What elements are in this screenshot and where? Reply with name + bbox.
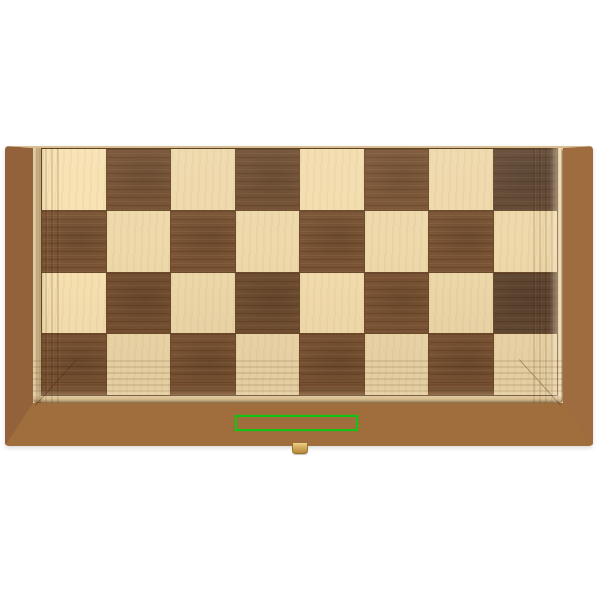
square-c2r2[interactable]	[107, 211, 171, 272]
square-c4r2[interactable]	[236, 211, 300, 272]
square-c5r2[interactable]	[300, 211, 364, 272]
white-background	[0, 0, 600, 600]
square-c8r2[interactable]	[494, 211, 558, 272]
square-c4r1[interactable]	[236, 149, 300, 210]
square-c1r2[interactable]	[42, 211, 106, 272]
annotation-highlight-rectangle	[235, 415, 358, 431]
square-c5r4[interactable]	[300, 334, 364, 395]
square-c2r1[interactable]	[107, 149, 171, 210]
square-c1r3[interactable]	[42, 273, 106, 334]
square-c6r1[interactable]	[365, 149, 429, 210]
chess-board-box	[5, 146, 593, 446]
square-c4r4[interactable]	[236, 334, 300, 395]
square-c7r4[interactable]	[429, 334, 493, 395]
square-c3r3[interactable]	[171, 273, 235, 334]
square-c8r1[interactable]	[494, 149, 558, 210]
square-c7r3[interactable]	[429, 273, 493, 334]
square-c7r1[interactable]	[429, 149, 493, 210]
square-c8r3[interactable]	[494, 273, 558, 334]
brass-clasp-knob[interactable]	[292, 443, 308, 454]
checkerboard-grid	[41, 148, 558, 396]
square-c3r2[interactable]	[171, 211, 235, 272]
square-c1r1[interactable]	[42, 149, 106, 210]
square-c5r3[interactable]	[300, 273, 364, 334]
square-c6r3[interactable]	[365, 273, 429, 334]
square-c2r4[interactable]	[107, 334, 171, 395]
square-c3r4[interactable]	[171, 334, 235, 395]
square-c5r1[interactable]	[300, 149, 364, 210]
square-c2r3[interactable]	[107, 273, 171, 334]
square-c7r2[interactable]	[429, 211, 493, 272]
square-c6r2[interactable]	[365, 211, 429, 272]
maple-inlay-border	[33, 148, 563, 403]
square-c4r3[interactable]	[236, 273, 300, 334]
square-c1r4[interactable]	[42, 334, 106, 395]
square-c3r1[interactable]	[171, 149, 235, 210]
square-c6r4[interactable]	[365, 334, 429, 395]
square-c8r4[interactable]	[494, 334, 558, 395]
